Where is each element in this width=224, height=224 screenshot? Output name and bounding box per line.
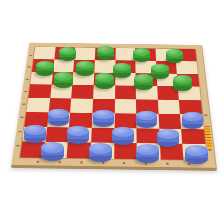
checker-top [151,64,169,73]
checker-top [36,61,54,70]
checker-top [54,72,73,81]
checker-top [173,75,192,84]
checker-green-r1c6[interactable] [133,48,150,62]
checker-top [89,143,112,154]
checker-top [95,73,114,82]
checker-blue-r7c3[interactable] [67,126,89,144]
checker-green-r2c3[interactable] [76,61,94,76]
checker-blue-r8c6[interactable] [136,144,159,163]
checker-top [93,110,114,120]
checker-top [97,46,114,54]
checker-top [59,47,76,55]
pieces-layer [0,0,224,224]
checker-blue-r8c4[interactable] [89,143,112,162]
checker-green-r1c4[interactable] [97,46,114,60]
checker-blue-r8c8[interactable] [185,145,208,164]
checker-top [182,112,203,122]
checker-green-r2c1[interactable] [36,61,54,76]
checker-green-r3c4[interactable] [95,73,114,89]
checker-top [136,144,159,155]
checker-top [41,142,64,153]
checker-green-r1c8[interactable] [166,49,183,63]
checker-top [48,109,69,119]
checker-top [134,74,153,83]
checker-top [166,49,183,57]
checker-top [133,48,150,56]
checker-blue-r6c4[interactable] [93,110,114,127]
checker-blue-r6c2[interactable] [48,109,69,126]
checker-blue-r6c8[interactable] [182,112,203,129]
checker-green-r1c2[interactable] [59,47,76,61]
checker-blue-r7c1[interactable] [24,125,46,143]
checker-green-r2c7[interactable] [151,64,169,79]
checker-blue-r7c5[interactable] [112,127,134,145]
checker-green-r2c5[interactable] [113,63,131,78]
checker-green-r3c2[interactable] [54,72,73,88]
checker-blue-r6c6[interactable] [136,111,157,128]
checker-top [113,63,131,72]
checker-blue-r7c7[interactable] [157,129,179,147]
checker-top [76,61,94,70]
checker-green-r3c8[interactable] [173,75,192,91]
checker-green-r3c6[interactable] [134,74,153,90]
checker-top [136,111,157,121]
checker-top [185,145,208,156]
checker-blue-r8c2[interactable] [41,142,64,161]
